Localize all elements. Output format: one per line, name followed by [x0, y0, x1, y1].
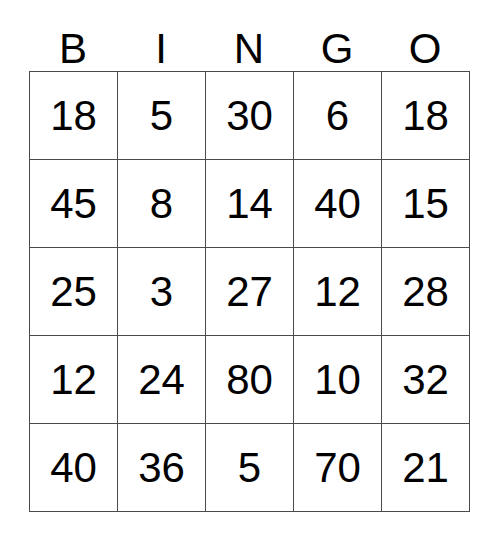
- header-letter-o: O: [381, 0, 469, 71]
- cell-r1-c3[interactable]: 30: [206, 72, 294, 160]
- cell-r3-c5[interactable]: 28: [382, 248, 470, 336]
- header-letter-b: B: [29, 0, 117, 71]
- cell-r2-c1[interactable]: 45: [30, 160, 118, 248]
- cell-r2-c4[interactable]: 40: [294, 160, 382, 248]
- cell-r1-c2[interactable]: 5: [118, 72, 206, 160]
- cell-r2-c2[interactable]: 8: [118, 160, 206, 248]
- bingo-card: B I N G O 18 5 30 6 18 45 8 14 40 15 25 …: [0, 0, 500, 544]
- bingo-board: 18 5 30 6 18 45 8 14 40 15 25 3 27 12 28…: [29, 71, 470, 512]
- bingo-header: B I N G O: [29, 0, 470, 71]
- cell-r3-c2[interactable]: 3: [118, 248, 206, 336]
- cell-r4-c3[interactable]: 80: [206, 336, 294, 424]
- cell-r2-c5[interactable]: 15: [382, 160, 470, 248]
- cell-r1-c1[interactable]: 18: [30, 72, 118, 160]
- cell-r5-c3[interactable]: 5: [206, 424, 294, 512]
- cell-r1-c4[interactable]: 6: [294, 72, 382, 160]
- cell-r4-c5[interactable]: 32: [382, 336, 470, 424]
- cell-r5-c5[interactable]: 21: [382, 424, 470, 512]
- cell-r5-c4[interactable]: 70: [294, 424, 382, 512]
- cell-r3-c3[interactable]: 27: [206, 248, 294, 336]
- cell-r4-c2[interactable]: 24: [118, 336, 206, 424]
- header-letter-i: I: [117, 0, 205, 71]
- cell-r3-c1[interactable]: 25: [30, 248, 118, 336]
- header-letter-g: G: [293, 0, 381, 71]
- cell-r3-c4[interactable]: 12: [294, 248, 382, 336]
- header-letter-n: N: [205, 0, 293, 71]
- cell-r5-c2[interactable]: 36: [118, 424, 206, 512]
- cell-r4-c4[interactable]: 10: [294, 336, 382, 424]
- cell-r2-c3[interactable]: 14: [206, 160, 294, 248]
- cell-r4-c1[interactable]: 12: [30, 336, 118, 424]
- cell-r5-c1[interactable]: 40: [30, 424, 118, 512]
- cell-r1-c5[interactable]: 18: [382, 72, 470, 160]
